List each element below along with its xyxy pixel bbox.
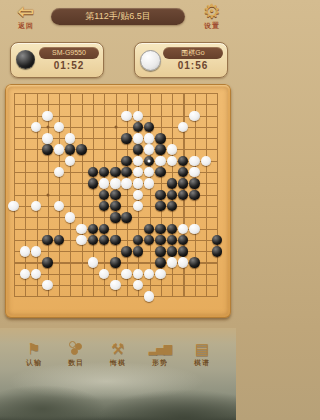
board-cell[interactable] [189, 121, 200, 132]
board-cell[interactable] [189, 88, 200, 99]
board-cell[interactable] [166, 110, 177, 121]
board-cell[interactable] [177, 268, 188, 279]
board-cell[interactable] [121, 189, 132, 200]
board-cell[interactable] [8, 200, 19, 211]
board-cell[interactable] [155, 212, 166, 223]
board-cell[interactable] [166, 133, 177, 144]
board-cell[interactable] [155, 200, 166, 211]
board-cell[interactable] [211, 234, 222, 245]
board-cell[interactable] [64, 99, 75, 110]
board-cell[interactable] [189, 200, 200, 211]
board-cell[interactable] [211, 167, 222, 178]
board-cell[interactable] [144, 99, 155, 110]
board-cell[interactable] [42, 291, 53, 302]
board-cell[interactable] [64, 234, 75, 245]
board-cell[interactable] [64, 257, 75, 268]
board-cell[interactable] [87, 268, 98, 279]
board-cell[interactable] [98, 234, 109, 245]
board-cell[interactable] [166, 178, 177, 189]
board-cell[interactable] [211, 280, 222, 291]
board-cell[interactable] [8, 234, 19, 245]
board-cell[interactable] [132, 144, 143, 155]
board-cell[interactable] [8, 99, 19, 110]
board-cell[interactable] [42, 88, 53, 99]
board-cell[interactable] [177, 291, 188, 302]
board-cell[interactable] [42, 155, 53, 166]
board-cell[interactable] [87, 133, 98, 144]
board-cell[interactable] [8, 133, 19, 144]
board-cell[interactable] [177, 178, 188, 189]
board-cell[interactable] [98, 212, 109, 223]
board-cell[interactable] [166, 268, 177, 279]
board-cell[interactable] [121, 291, 132, 302]
board-cell[interactable] [76, 88, 87, 99]
board-cell[interactable] [110, 212, 121, 223]
board-cell[interactable] [144, 257, 155, 268]
board-cell[interactable] [42, 110, 53, 121]
board-cell[interactable] [64, 133, 75, 144]
board-cell[interactable] [8, 246, 19, 257]
board-cell[interactable] [76, 234, 87, 245]
board-cell[interactable] [200, 212, 211, 223]
board-cell[interactable] [53, 200, 64, 211]
board-cell[interactable] [132, 200, 143, 211]
board-cell[interactable] [121, 144, 132, 155]
board-cell[interactable] [98, 133, 109, 144]
board-cell[interactable] [98, 110, 109, 121]
board-cell[interactable] [8, 291, 19, 302]
board-cell[interactable] [98, 167, 109, 178]
board-cell[interactable] [42, 167, 53, 178]
board-cell[interactable] [189, 133, 200, 144]
board-cell[interactable] [132, 167, 143, 178]
board-cell[interactable] [87, 280, 98, 291]
board-cell[interactable] [177, 121, 188, 132]
board-cell[interactable] [19, 280, 30, 291]
board-cell[interactable] [177, 155, 188, 166]
board-cell[interactable] [31, 178, 42, 189]
board-cell[interactable] [132, 178, 143, 189]
board-cell[interactable] [8, 223, 19, 234]
board-cell[interactable] [211, 178, 222, 189]
board-cell[interactable] [8, 280, 19, 291]
board-cell[interactable] [200, 189, 211, 200]
board-cell[interactable] [166, 144, 177, 155]
board-cell[interactable] [189, 257, 200, 268]
board-cell[interactable] [87, 200, 98, 211]
board-cell[interactable] [211, 144, 222, 155]
board-cell[interactable] [53, 144, 64, 155]
board-cell[interactable] [189, 167, 200, 178]
board-cell[interactable] [177, 246, 188, 257]
board-cell[interactable] [64, 88, 75, 99]
board-cell[interactable] [42, 189, 53, 200]
board-cell[interactable] [87, 167, 98, 178]
board-cell[interactable] [53, 280, 64, 291]
board-cell[interactable] [87, 246, 98, 257]
board-cell[interactable] [200, 257, 211, 268]
board-cell[interactable] [177, 257, 188, 268]
board-cell[interactable] [53, 178, 64, 189]
board-cell[interactable] [31, 291, 42, 302]
board-cell[interactable] [53, 88, 64, 99]
board-cell[interactable] [8, 212, 19, 223]
board-cell[interactable] [53, 99, 64, 110]
board-cell[interactable] [177, 234, 188, 245]
board-cell[interactable] [8, 155, 19, 166]
board-cell[interactable] [8, 189, 19, 200]
board-cell[interactable] [155, 268, 166, 279]
board-cell[interactable] [177, 212, 188, 223]
board-cell[interactable] [121, 167, 132, 178]
board-cell[interactable] [132, 133, 143, 144]
board-cell[interactable] [87, 223, 98, 234]
board-cell[interactable] [31, 110, 42, 121]
board-cell[interactable] [200, 121, 211, 132]
board-cell[interactable] [42, 200, 53, 211]
board-cell[interactable] [200, 268, 211, 279]
board-cell[interactable] [177, 144, 188, 155]
board-cell[interactable] [53, 212, 64, 223]
board-cell[interactable] [144, 234, 155, 245]
board-cell[interactable] [19, 212, 30, 223]
board-cell[interactable] [200, 167, 211, 178]
board-cell[interactable] [155, 88, 166, 99]
board-cell[interactable] [76, 155, 87, 166]
board-cell[interactable] [76, 268, 87, 279]
board-cell[interactable] [166, 189, 177, 200]
board-cell[interactable] [144, 223, 155, 234]
board-cell[interactable] [64, 144, 75, 155]
board-cell[interactable] [19, 200, 30, 211]
board-cell[interactable] [53, 234, 64, 245]
board-cell[interactable] [98, 178, 109, 189]
board-cell[interactable] [200, 200, 211, 211]
board-cell[interactable] [42, 246, 53, 257]
board-cell[interactable] [189, 223, 200, 234]
board-cell[interactable] [110, 133, 121, 144]
board-cell[interactable] [121, 178, 132, 189]
board-cell[interactable] [110, 246, 121, 257]
board-cell[interactable] [31, 155, 42, 166]
board-cell[interactable] [98, 200, 109, 211]
board-cell[interactable] [19, 291, 30, 302]
board-cell[interactable] [177, 133, 188, 144]
board-cell[interactable] [144, 167, 155, 178]
board-cell[interactable] [200, 155, 211, 166]
board-cell[interactable] [110, 155, 121, 166]
board-cell[interactable] [132, 246, 143, 257]
board-cell[interactable] [110, 291, 121, 302]
board-cell[interactable] [110, 268, 121, 279]
board-cell[interactable] [19, 234, 30, 245]
board-cell[interactable] [166, 223, 177, 234]
board-cell[interactable] [166, 280, 177, 291]
board-cell[interactable] [42, 223, 53, 234]
board-cell[interactable] [166, 257, 177, 268]
board-cell[interactable] [132, 99, 143, 110]
board-cell[interactable] [144, 144, 155, 155]
board-cell[interactable] [189, 234, 200, 245]
board-cell[interactable] [155, 110, 166, 121]
board-cell[interactable] [155, 223, 166, 234]
board-cell[interactable] [19, 268, 30, 279]
board-cell[interactable] [144, 110, 155, 121]
board-cell[interactable] [31, 121, 42, 132]
board-cell[interactable] [166, 291, 177, 302]
board-cell[interactable] [121, 99, 132, 110]
board-cell[interactable] [98, 99, 109, 110]
board-cell[interactable] [166, 155, 177, 166]
board-cell[interactable] [189, 189, 200, 200]
board-cell[interactable] [53, 121, 64, 132]
board-cell[interactable] [155, 257, 166, 268]
board-cell[interactable] [200, 280, 211, 291]
board-cell[interactable] [87, 234, 98, 245]
board-cell[interactable] [200, 144, 211, 155]
board-cell[interactable] [64, 189, 75, 200]
board-cell[interactable] [211, 246, 222, 257]
board-cell[interactable] [211, 268, 222, 279]
board-cell[interactable] [19, 110, 30, 121]
board-cell[interactable] [121, 212, 132, 223]
board-cell[interactable] [19, 246, 30, 257]
board-cell[interactable] [110, 99, 121, 110]
board-cell[interactable] [31, 257, 42, 268]
board-cell[interactable] [177, 167, 188, 178]
board-cell[interactable] [31, 99, 42, 110]
board-cell[interactable] [76, 200, 87, 211]
board-cell[interactable] [200, 133, 211, 144]
board-cell[interactable] [211, 291, 222, 302]
board-cell[interactable] [110, 257, 121, 268]
board-cell[interactable] [8, 88, 19, 99]
board-cell[interactable] [166, 234, 177, 245]
board-cell[interactable] [87, 291, 98, 302]
board-cell[interactable] [87, 189, 98, 200]
board-cell[interactable] [98, 223, 109, 234]
board-cell[interactable] [144, 189, 155, 200]
board-cell[interactable] [110, 144, 121, 155]
board-cell[interactable] [200, 99, 211, 110]
board-cell[interactable] [19, 121, 30, 132]
board-cell[interactable] [110, 110, 121, 121]
board-cell[interactable] [87, 212, 98, 223]
board-cell[interactable] [155, 155, 166, 166]
board-cell[interactable] [177, 200, 188, 211]
board-cell[interactable] [121, 121, 132, 132]
board-cell[interactable] [121, 133, 132, 144]
board-cell[interactable] [19, 155, 30, 166]
board-cell[interactable] [110, 121, 121, 132]
board-cell[interactable] [189, 110, 200, 121]
board-cell[interactable] [144, 291, 155, 302]
board-cell[interactable] [132, 291, 143, 302]
board-cell[interactable] [8, 110, 19, 121]
board-cell[interactable] [200, 234, 211, 245]
board-cell[interactable] [42, 178, 53, 189]
board-cell[interactable] [64, 200, 75, 211]
board-cell[interactable] [76, 144, 87, 155]
board-cell[interactable] [19, 144, 30, 155]
board-cell[interactable] [132, 257, 143, 268]
board-cell[interactable] [53, 189, 64, 200]
board-cell[interactable] [144, 268, 155, 279]
board-cell[interactable] [64, 121, 75, 132]
board-cell[interactable] [76, 99, 87, 110]
board-cell[interactable] [19, 167, 30, 178]
board-cell[interactable] [177, 99, 188, 110]
record-button[interactable]: ▤ 棋谱 [184, 340, 220, 374]
board-cell[interactable] [31, 223, 42, 234]
board-cell[interactable] [64, 167, 75, 178]
undo-button[interactable]: ⚒ 悔棋 [100, 340, 136, 374]
board-cell[interactable] [53, 155, 64, 166]
board-cell[interactable] [144, 121, 155, 132]
board-cell[interactable] [200, 246, 211, 257]
board-cell[interactable] [8, 268, 19, 279]
board-cell[interactable] [19, 189, 30, 200]
board-cell[interactable] [155, 246, 166, 257]
board-cell[interactable] [53, 257, 64, 268]
board-cell[interactable] [64, 155, 75, 166]
board-cell[interactable] [121, 88, 132, 99]
board-cell[interactable] [189, 99, 200, 110]
board-cell[interactable] [19, 99, 30, 110]
board-cell[interactable] [166, 88, 177, 99]
board-cell[interactable] [76, 223, 87, 234]
board-cell[interactable] [87, 99, 98, 110]
board-cell[interactable] [144, 212, 155, 223]
board-cell[interactable] [53, 268, 64, 279]
board-cell[interactable] [31, 234, 42, 245]
board-cell[interactable] [76, 133, 87, 144]
board-cell[interactable] [42, 133, 53, 144]
board-cell[interactable] [8, 178, 19, 189]
board-cell[interactable] [98, 88, 109, 99]
board-cell[interactable] [121, 280, 132, 291]
board-cell[interactable] [64, 110, 75, 121]
board-cell[interactable] [31, 212, 42, 223]
board-cell[interactable] [144, 200, 155, 211]
board-cell[interactable] [121, 257, 132, 268]
board-cell[interactable] [177, 88, 188, 99]
board-cell[interactable] [98, 268, 109, 279]
board-cell[interactable] [166, 200, 177, 211]
board-cell[interactable] [19, 88, 30, 99]
board-cell[interactable] [177, 280, 188, 291]
board-cell[interactable] [155, 280, 166, 291]
board-cell[interactable] [200, 178, 211, 189]
board-cell[interactable] [155, 178, 166, 189]
board-cell[interactable] [53, 133, 64, 144]
back-button[interactable]: ⇦ 返回 [7, 3, 45, 31]
board-cell[interactable] [177, 223, 188, 234]
board-cell[interactable] [189, 291, 200, 302]
board-cell[interactable] [132, 110, 143, 121]
board-cell[interactable] [211, 133, 222, 144]
board-cell[interactable] [132, 121, 143, 132]
board-cell[interactable] [189, 155, 200, 166]
board-cell[interactable] [31, 144, 42, 155]
analysis-button[interactable]: ▂▄▆ 形势 [142, 340, 178, 374]
board-cell[interactable] [155, 99, 166, 110]
board-cell[interactable] [110, 280, 121, 291]
board-cell[interactable] [42, 212, 53, 223]
board-cell[interactable] [87, 121, 98, 132]
board-cell[interactable] [8, 167, 19, 178]
board-cell[interactable] [211, 121, 222, 132]
board-cell[interactable] [121, 234, 132, 245]
board-cell[interactable] [211, 88, 222, 99]
board-cell[interactable] [121, 200, 132, 211]
board-cell[interactable] [42, 99, 53, 110]
board-cell[interactable] [76, 121, 87, 132]
board-cell[interactable] [76, 257, 87, 268]
stone-grid[interactable] [8, 88, 223, 303]
board-cell[interactable] [189, 268, 200, 279]
board-cell[interactable] [31, 167, 42, 178]
board-cell[interactable] [31, 246, 42, 257]
board-cell[interactable] [110, 223, 121, 234]
board-cell[interactable] [98, 280, 109, 291]
board-cell[interactable] [200, 291, 211, 302]
board-cell[interactable] [110, 88, 121, 99]
settings-button[interactable]: ⚙ 设置 [194, 1, 230, 31]
board-cell[interactable] [53, 110, 64, 121]
board-cell[interactable] [53, 223, 64, 234]
board-cell[interactable] [189, 144, 200, 155]
board-cell[interactable] [155, 291, 166, 302]
board-cell[interactable] [155, 234, 166, 245]
board-cell[interactable] [64, 291, 75, 302]
board-cell[interactable] [132, 268, 143, 279]
board-cell[interactable] [144, 88, 155, 99]
board-cell[interactable] [155, 121, 166, 132]
board-cell[interactable] [144, 178, 155, 189]
board-cell[interactable] [98, 257, 109, 268]
board-cell[interactable] [19, 133, 30, 144]
board-cell[interactable] [121, 223, 132, 234]
board-cell[interactable] [211, 99, 222, 110]
board-cell[interactable] [144, 155, 155, 166]
board-cell[interactable] [42, 121, 53, 132]
board-cell[interactable] [132, 223, 143, 234]
board-cell[interactable] [121, 155, 132, 166]
board-cell[interactable] [76, 291, 87, 302]
board-cell[interactable] [76, 212, 87, 223]
board-cell[interactable] [110, 189, 121, 200]
board-cell[interactable] [155, 167, 166, 178]
board-cell[interactable] [53, 291, 64, 302]
board-cell[interactable] [42, 268, 53, 279]
board-cell[interactable] [200, 88, 211, 99]
board-cell[interactable] [166, 121, 177, 132]
board-cell[interactable] [189, 212, 200, 223]
board-cell[interactable] [155, 133, 166, 144]
board-cell[interactable] [31, 280, 42, 291]
board-cell[interactable] [166, 99, 177, 110]
board-cell[interactable] [211, 200, 222, 211]
board-cell[interactable] [42, 234, 53, 245]
board-cell[interactable] [87, 257, 98, 268]
board-cell[interactable] [31, 268, 42, 279]
board-cell[interactable] [64, 178, 75, 189]
board-cell[interactable] [19, 223, 30, 234]
board-cell[interactable] [110, 167, 121, 178]
board-cell[interactable] [121, 268, 132, 279]
board-cell[interactable] [76, 178, 87, 189]
